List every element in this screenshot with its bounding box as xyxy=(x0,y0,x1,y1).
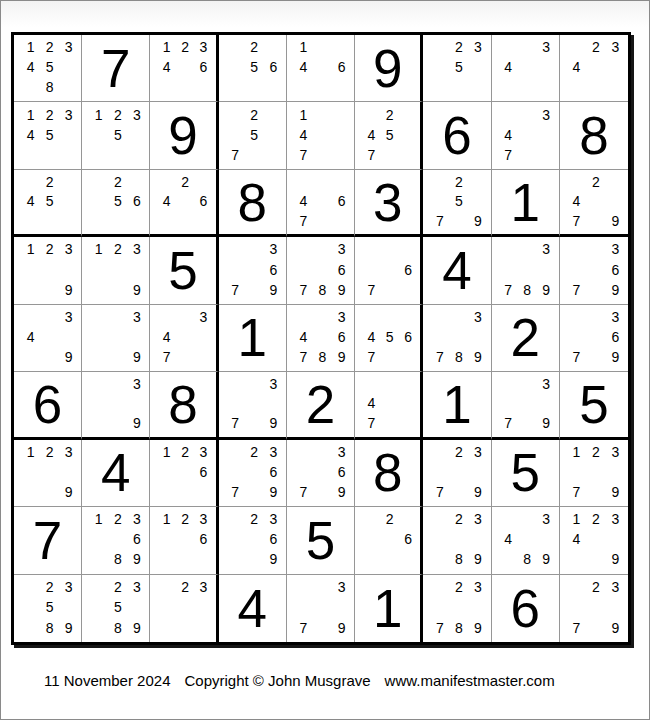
cell-r9c1[interactable]: 23589 xyxy=(14,575,82,642)
cell-r7c8[interactable]: 5 xyxy=(492,440,560,507)
candidate-digit: 8 xyxy=(40,77,59,97)
candidate-digit: 9 xyxy=(332,618,351,638)
candidate-digit: 3 xyxy=(606,37,625,57)
solved-digit: 1 xyxy=(219,305,286,371)
candidate-digit: 9 xyxy=(59,280,78,300)
candidate-digit: 5 xyxy=(245,125,264,145)
candidate-digit: 3 xyxy=(332,239,351,259)
candidate-digit: 3 xyxy=(59,104,78,124)
cell-r6c5[interactable]: 2 xyxy=(287,372,355,439)
candidate-digit: 1 xyxy=(89,104,108,124)
candidate-digit: 3 xyxy=(606,442,625,462)
candidate-digit: 4 xyxy=(294,125,313,145)
cell-r2c2[interactable]: 1235 xyxy=(82,102,150,169)
candidate-digit: 9 xyxy=(127,280,146,300)
candidate-grid: 347 xyxy=(150,305,215,371)
candidate-digit: 4 xyxy=(567,529,586,549)
candidate-digit: 1 xyxy=(21,37,40,57)
candidate-digit: 9 xyxy=(468,549,487,569)
candidate-grid: 34 xyxy=(492,35,559,101)
candidate-grid: 23589 xyxy=(14,575,81,642)
candidate-digit: 6 xyxy=(264,57,283,77)
candidate-digit: 3 xyxy=(127,577,146,597)
cell-r2c7[interactable]: 6 xyxy=(423,102,491,169)
candidate-digit: 3 xyxy=(59,442,78,462)
cell-r1c7[interactable]: 235 xyxy=(423,35,491,102)
candidate-digit: 6 xyxy=(332,259,351,279)
solved-digit: 6 xyxy=(492,575,559,642)
cell-r4c9[interactable]: 3679 xyxy=(560,237,628,304)
cell-r3c9[interactable]: 2479 xyxy=(560,170,628,237)
candidate-digit: 7 xyxy=(567,347,586,367)
candidate-grid: 123689 xyxy=(82,507,149,573)
solved-digit: 2 xyxy=(287,372,354,436)
cell-r6c6[interactable]: 47 xyxy=(355,372,423,439)
cell-r3c8[interactable]: 1 xyxy=(492,170,560,237)
candidate-digit: 4 xyxy=(294,57,313,77)
solved-digit: 7 xyxy=(14,507,81,573)
candidate-digit: 3 xyxy=(468,307,487,327)
candidate-digit: 8 xyxy=(449,347,468,367)
candidate-digit: 3 xyxy=(606,577,625,597)
candidate-grid: 2379 xyxy=(560,575,628,642)
candidate-digit: 3 xyxy=(194,37,212,57)
candidate-digit: 2 xyxy=(245,442,264,462)
cell-r4c7[interactable]: 4 xyxy=(423,237,491,304)
candidate-digit: 7 xyxy=(362,413,380,432)
candidate-digit: 3 xyxy=(537,509,556,529)
solved-digit: 2 xyxy=(492,305,559,371)
candidate-grid: 146 xyxy=(287,35,354,101)
candidate-digit: 3 xyxy=(194,509,212,529)
candidate-digit: 3 xyxy=(537,37,556,57)
cell-r5c3[interactable]: 347 xyxy=(150,305,218,372)
candidate-digit: 2 xyxy=(108,577,127,597)
candidate-digit: 8 xyxy=(518,549,537,569)
candidate-digit: 1 xyxy=(157,37,175,57)
solved-digit: 4 xyxy=(219,575,286,642)
candidate-digit: 7 xyxy=(567,211,586,230)
candidate-digit: 8 xyxy=(449,549,468,569)
candidate-digit: 8 xyxy=(518,280,537,300)
candidate-digit: 7 xyxy=(226,413,245,432)
cell-r1c2[interactable]: 7 xyxy=(82,35,150,102)
candidate-digit: 8 xyxy=(313,280,332,300)
cell-r8c7[interactable]: 2389 xyxy=(423,507,491,574)
candidate-digit: 6 xyxy=(194,529,212,549)
candidate-grid: 12346 xyxy=(150,35,215,101)
cell-r3c3[interactable]: 246 xyxy=(150,170,218,237)
candidate-digit: 3 xyxy=(127,374,146,393)
candidate-digit: 3 xyxy=(194,307,212,327)
cell-r9c4[interactable]: 4 xyxy=(219,575,287,642)
candidate-digit: 7 xyxy=(157,347,175,367)
candidate-digit: 6 xyxy=(332,191,351,210)
candidate-grid: 36789 xyxy=(287,237,354,303)
cell-r4c4[interactable]: 3679 xyxy=(219,237,287,304)
candidate-digit: 7 xyxy=(294,280,313,300)
candidate-digit: 9 xyxy=(537,413,556,432)
candidate-grid: 467 xyxy=(287,170,354,234)
candidate-grid: 3679 xyxy=(560,305,628,371)
candidate-digit: 7 xyxy=(567,618,586,638)
cell-r7c9[interactable]: 12379 xyxy=(560,440,628,507)
candidate-digit: 6 xyxy=(606,327,625,347)
cell-r1c4[interactable]: 256 xyxy=(219,35,287,102)
cell-r2c6[interactable]: 2457 xyxy=(355,102,423,169)
candidate-digit: 2 xyxy=(40,37,59,57)
candidate-digit: 9 xyxy=(606,347,625,367)
candidate-digit: 9 xyxy=(606,549,625,569)
solved-digit: 4 xyxy=(82,440,149,506)
cell-r2c4[interactable]: 257 xyxy=(219,102,287,169)
cell-r6c8[interactable]: 379 xyxy=(492,372,560,439)
cell-r3c7[interactable]: 2579 xyxy=(423,170,491,237)
candidate-digit: 2 xyxy=(108,509,127,529)
candidate-digit: 1 xyxy=(89,509,108,529)
candidate-digit: 4 xyxy=(157,327,175,347)
candidate-digit: 5 xyxy=(449,57,468,77)
cell-r9c9[interactable]: 2379 xyxy=(560,575,628,642)
candidate-digit: 2 xyxy=(586,172,605,191)
candidate-digit: 9 xyxy=(606,211,625,230)
candidate-digit: 3 xyxy=(194,577,212,597)
candidate-digit: 7 xyxy=(294,347,313,367)
candidate-grid: 123458 xyxy=(14,35,81,101)
candidate-grid: 346789 xyxy=(287,305,354,371)
solved-digit: 8 xyxy=(355,440,420,506)
candidate-digit: 8 xyxy=(108,549,127,569)
cell-r1c3[interactable]: 12346 xyxy=(150,35,218,102)
candidate-digit: 4 xyxy=(21,327,40,347)
candidate-digit: 3 xyxy=(127,239,146,259)
cell-r7c4[interactable]: 23679 xyxy=(219,440,287,507)
candidate-digit: 3 xyxy=(537,104,556,124)
cell-r2c1[interactable]: 12345 xyxy=(14,102,82,169)
candidate-digit: 4 xyxy=(21,57,40,77)
candidate-grid: 1239 xyxy=(14,440,81,506)
candidate-digit: 4 xyxy=(157,57,175,77)
candidate-grid: 379 xyxy=(492,372,559,436)
candidate-digit: 4 xyxy=(362,394,380,413)
candidate-digit: 1 xyxy=(21,104,40,124)
candidate-digit: 9 xyxy=(468,347,487,367)
cell-r8c6[interactable]: 26 xyxy=(355,507,423,574)
candidate-digit: 2 xyxy=(245,509,264,529)
solved-digit: 5 xyxy=(492,440,559,506)
candidate-digit: 9 xyxy=(606,482,625,502)
candidate-digit: 6 xyxy=(194,57,212,77)
candidate-grid: 1236 xyxy=(150,440,215,506)
candidate-digit: 9 xyxy=(127,618,146,638)
candidate-digit: 5 xyxy=(40,125,59,145)
cell-r2c5[interactable]: 147 xyxy=(287,102,355,169)
candidate-digit: 4 xyxy=(567,191,586,210)
cell-r7c1[interactable]: 1239 xyxy=(14,440,82,507)
candidate-digit: 7 xyxy=(430,347,449,367)
candidate-digit: 2 xyxy=(586,442,605,462)
candidate-digit: 3 xyxy=(127,509,146,529)
candidate-digit: 4 xyxy=(499,529,518,549)
candidate-digit: 8 xyxy=(449,618,468,638)
candidate-digit: 7 xyxy=(362,280,380,300)
solved-digit: 8 xyxy=(219,170,286,234)
cell-r7c6[interactable]: 8 xyxy=(355,440,423,507)
cell-r9c8[interactable]: 6 xyxy=(492,575,560,642)
cell-r4c2[interactable]: 1239 xyxy=(82,237,150,304)
footer: 11 November 2024 Copyright © John Musgra… xyxy=(44,672,555,689)
candidate-digit: 3 xyxy=(127,104,146,124)
cell-r1c1[interactable]: 123458 xyxy=(14,35,82,102)
candidate-digit: 6 xyxy=(399,259,417,279)
candidate-digit: 3 xyxy=(332,442,351,462)
candidate-digit: 6 xyxy=(127,191,146,210)
cell-r2c3[interactable]: 9 xyxy=(150,102,218,169)
cell-r4c5[interactable]: 36789 xyxy=(287,237,355,304)
cell-r5c6[interactable]: 4567 xyxy=(355,305,423,372)
cell-r3c1[interactable]: 245 xyxy=(14,170,82,237)
cell-r8c5[interactable]: 5 xyxy=(287,507,355,574)
candidate-digit: 3 xyxy=(468,577,487,597)
candidate-digit: 6 xyxy=(194,191,212,210)
cell-r5c8[interactable]: 2 xyxy=(492,305,560,372)
candidate-digit: 4 xyxy=(21,125,40,145)
cell-r9c7[interactable]: 23789 xyxy=(423,575,491,642)
candidate-digit: 7 xyxy=(499,280,518,300)
candidate-digit: 8 xyxy=(108,618,127,638)
candidate-digit: 6 xyxy=(399,327,417,347)
candidate-grid: 3679 xyxy=(560,237,628,303)
cell-r8c1[interactable]: 7 xyxy=(14,507,82,574)
candidate-digit: 2 xyxy=(40,442,59,462)
cell-r7c7[interactable]: 2379 xyxy=(423,440,491,507)
candidate-grid: 1239 xyxy=(82,237,149,303)
cell-r8c9[interactable]: 12349 xyxy=(560,507,628,574)
candidate-digit: 3 xyxy=(537,374,556,393)
solved-digit: 5 xyxy=(560,372,628,436)
cell-r6c4[interactable]: 379 xyxy=(219,372,287,439)
candidate-grid: 47 xyxy=(355,372,420,436)
cell-r5c1[interactable]: 349 xyxy=(14,305,82,372)
candidate-digit: 7 xyxy=(294,618,313,638)
candidate-grid: 2369 xyxy=(219,507,286,573)
cell-r6c1[interactable]: 6 xyxy=(14,372,82,439)
candidate-digit: 5 xyxy=(381,327,399,347)
solved-digit: 7 xyxy=(82,35,149,101)
candidate-grid: 2389 xyxy=(423,507,490,573)
cell-r3c6[interactable]: 3 xyxy=(355,170,423,237)
candidate-grid: 147 xyxy=(287,102,354,168)
candidate-digit: 9 xyxy=(468,618,487,638)
candidate-digit: 3 xyxy=(264,442,283,462)
candidate-grid: 379 xyxy=(219,372,286,436)
candidate-digit: 9 xyxy=(264,280,283,300)
candidate-digit: 9 xyxy=(59,482,78,502)
candidate-digit: 9 xyxy=(537,549,556,569)
cell-r3c2[interactable]: 256 xyxy=(82,170,150,237)
cell-r1c5[interactable]: 146 xyxy=(287,35,355,102)
candidate-digit: 1 xyxy=(21,239,40,259)
cell-r9c6[interactable]: 1 xyxy=(355,575,423,642)
candidate-digit: 2 xyxy=(40,172,59,191)
footer-copyright: Copyright © John Musgrave xyxy=(184,672,370,689)
cell-r1c8[interactable]: 34 xyxy=(492,35,560,102)
candidate-grid: 257 xyxy=(219,102,286,168)
candidate-digit: 9 xyxy=(264,482,283,502)
candidate-digit: 6 xyxy=(332,327,351,347)
candidate-digit: 7 xyxy=(294,145,313,165)
candidate-digit: 4 xyxy=(499,57,518,77)
candidate-digit: 4 xyxy=(567,57,586,77)
cell-r2c8[interactable]: 347 xyxy=(492,102,560,169)
candidate-digit: 4 xyxy=(157,191,175,210)
candidate-digit: 9 xyxy=(264,549,283,569)
solved-digit: 1 xyxy=(423,372,490,436)
cell-r6c3[interactable]: 8 xyxy=(150,372,218,439)
cell-r4c8[interactable]: 3789 xyxy=(492,237,560,304)
candidate-digit: 2 xyxy=(586,37,605,57)
candidate-grid: 23 xyxy=(150,575,215,642)
cell-r9c3[interactable]: 23 xyxy=(150,575,218,642)
candidate-grid: 12345 xyxy=(14,102,81,168)
solved-digit: 8 xyxy=(150,372,215,436)
candidate-grid: 256 xyxy=(82,170,149,234)
candidate-digit: 4 xyxy=(21,191,40,210)
candidate-grid: 3679 xyxy=(287,440,354,506)
candidate-digit: 9 xyxy=(537,280,556,300)
candidate-digit: 2 xyxy=(108,239,127,259)
cell-r9c5[interactable]: 379 xyxy=(287,575,355,642)
cell-r4c3[interactable]: 5 xyxy=(150,237,218,304)
cell-r6c7[interactable]: 1 xyxy=(423,372,491,439)
candidate-grid: 3679 xyxy=(219,237,286,303)
candidate-grid: 235 xyxy=(423,35,490,101)
cell-r1c6[interactable]: 9 xyxy=(355,35,423,102)
candidate-digit: 2 xyxy=(449,577,468,597)
candidate-digit: 2 xyxy=(449,509,468,529)
candidate-grid: 347 xyxy=(492,102,559,168)
candidate-digit: 3 xyxy=(606,509,625,529)
candidate-grid: 2379 xyxy=(423,440,490,506)
candidate-digit: 2 xyxy=(245,104,264,124)
cell-r8c4[interactable]: 2369 xyxy=(219,507,287,574)
candidate-digit: 2 xyxy=(108,172,127,191)
cell-r5c4[interactable]: 1 xyxy=(219,305,287,372)
candidate-digit: 1 xyxy=(89,239,108,259)
candidate-digit: 2 xyxy=(381,104,399,124)
candidate-digit: 3 xyxy=(332,307,351,327)
candidate-grid: 2579 xyxy=(423,170,490,234)
candidate-digit: 3 xyxy=(468,442,487,462)
candidate-grid: 234 xyxy=(560,35,628,101)
candidate-digit: 8 xyxy=(313,347,332,367)
cell-r8c3[interactable]: 1236 xyxy=(150,507,218,574)
candidate-digit: 2 xyxy=(245,37,264,57)
cell-r5c2[interactable]: 39 xyxy=(82,305,150,372)
candidate-grid: 12379 xyxy=(560,440,628,506)
candidate-digit: 6 xyxy=(606,259,625,279)
cell-r3c5[interactable]: 467 xyxy=(287,170,355,237)
candidate-digit: 1 xyxy=(21,442,40,462)
candidate-digit: 3 xyxy=(332,577,351,597)
cell-r7c3[interactable]: 1236 xyxy=(150,440,218,507)
candidate-digit: 9 xyxy=(468,211,487,230)
candidate-grid: 1235 xyxy=(82,102,149,168)
candidate-digit: 9 xyxy=(332,347,351,367)
cell-r5c9[interactable]: 3679 xyxy=(560,305,628,372)
cell-r3c4[interactable]: 8 xyxy=(219,170,287,237)
candidate-digit: 6 xyxy=(194,462,212,482)
candidate-digit: 4 xyxy=(294,191,313,210)
candidate-digit: 2 xyxy=(40,104,59,124)
candidate-digit: 1 xyxy=(567,442,586,462)
candidate-digit: 4 xyxy=(294,327,313,347)
candidate-digit: 2 xyxy=(449,37,468,57)
candidate-digit: 3 xyxy=(59,307,78,327)
candidate-digit: 7 xyxy=(430,211,449,230)
cell-r2c9[interactable]: 8 xyxy=(560,102,628,169)
candidate-digit: 3 xyxy=(59,37,78,57)
candidate-digit: 3 xyxy=(606,239,625,259)
candidate-digit: 6 xyxy=(332,57,351,77)
cell-r6c9[interactable]: 5 xyxy=(560,372,628,439)
cell-r7c5[interactable]: 3679 xyxy=(287,440,355,507)
cell-r8c2[interactable]: 123689 xyxy=(82,507,150,574)
candidate-digit: 5 xyxy=(40,191,59,210)
candidate-digit: 7 xyxy=(567,280,586,300)
candidate-digit: 7 xyxy=(499,145,518,165)
candidate-grid: 23589 xyxy=(82,575,149,642)
candidate-grid: 2479 xyxy=(560,170,628,234)
cell-r9c2[interactable]: 23589 xyxy=(82,575,150,642)
candidate-digit: 4 xyxy=(362,125,380,145)
candidate-digit: 7 xyxy=(362,145,380,165)
cell-r7c2[interactable]: 4 xyxy=(82,440,150,507)
candidate-digit: 5 xyxy=(449,191,468,210)
cell-r5c7[interactable]: 3789 xyxy=(423,305,491,372)
cell-r5c5[interactable]: 346789 xyxy=(287,305,355,372)
candidate-digit: 1 xyxy=(567,509,586,529)
candidate-digit: 5 xyxy=(381,125,399,145)
candidate-grid: 3489 xyxy=(492,507,559,573)
cell-r4c1[interactable]: 1239 xyxy=(14,237,82,304)
candidate-digit: 9 xyxy=(127,413,146,432)
candidate-digit: 6 xyxy=(332,462,351,482)
candidate-digit: 3 xyxy=(59,577,78,597)
candidate-digit: 7 xyxy=(430,482,449,502)
candidate-digit: 2 xyxy=(176,37,194,57)
candidate-grid: 23789 xyxy=(423,575,490,642)
cell-r1c9[interactable]: 234 xyxy=(560,35,628,102)
candidate-digit: 7 xyxy=(430,618,449,638)
candidate-digit: 1 xyxy=(294,37,313,57)
candidate-digit: 1 xyxy=(294,104,313,124)
candidate-grid: 3789 xyxy=(423,305,490,371)
candidate-digit: 8 xyxy=(40,618,59,638)
candidate-grid: 26 xyxy=(355,507,420,573)
cell-r4c6[interactable]: 67 xyxy=(355,237,423,304)
candidate-digit: 6 xyxy=(399,529,417,549)
candidate-grid: 2457 xyxy=(355,102,420,168)
candidate-digit: 9 xyxy=(468,482,487,502)
cell-r6c2[interactable]: 39 xyxy=(82,372,150,439)
cell-r8c8[interactable]: 3489 xyxy=(492,507,560,574)
candidate-digit: 3 xyxy=(194,442,212,462)
candidate-digit: 2 xyxy=(449,442,468,462)
candidate-digit: 9 xyxy=(59,618,78,638)
solved-digit: 3 xyxy=(355,170,420,234)
candidate-digit: 2 xyxy=(586,577,605,597)
